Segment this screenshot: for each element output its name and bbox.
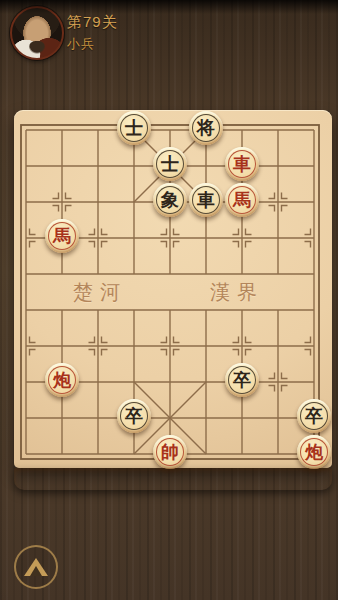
piece-label: 象 bbox=[156, 186, 184, 214]
piece-red-horse[interactable]: 馬 bbox=[225, 183, 259, 217]
piece-black-elephant[interactable]: 象 bbox=[153, 183, 187, 217]
piece-red-king[interactable]: 帥 bbox=[153, 435, 187, 469]
piece-red-horse[interactable]: 馬 bbox=[45, 219, 79, 253]
app-screen: 第79关 小兵 楚河 漢界 士将士車象車馬馬炮卒卒卒帥炮 bbox=[0, 0, 338, 600]
expand-button[interactable] bbox=[14, 545, 58, 589]
piece-label: 車 bbox=[192, 186, 220, 214]
piece-label: 卒 bbox=[228, 366, 256, 394]
piece-label: 車 bbox=[228, 150, 256, 178]
piece-black-chariot[interactable]: 車 bbox=[189, 183, 223, 217]
piece-label: 馬 bbox=[228, 186, 256, 214]
piece-black-soldier[interactable]: 卒 bbox=[225, 363, 259, 397]
piece-label: 将 bbox=[192, 114, 220, 142]
piece-label: 士 bbox=[120, 114, 148, 142]
difficulty-label: 小兵 bbox=[67, 35, 95, 53]
avatar-portrait bbox=[29, 41, 45, 55]
xiangqi-board[interactable]: 楚河 漢界 士将士車象車馬馬炮卒卒卒帥炮 bbox=[14, 110, 332, 490]
piece-label: 馬 bbox=[48, 222, 76, 250]
piece-label: 帥 bbox=[156, 438, 184, 466]
piece-label: 士 bbox=[156, 150, 184, 178]
piece-label: 卒 bbox=[300, 402, 328, 430]
piece-black-general[interactable]: 将 bbox=[189, 111, 223, 145]
piece-black-advisor[interactable]: 士 bbox=[153, 147, 187, 181]
piece-black-advisor[interactable]: 士 bbox=[117, 111, 151, 145]
chevron-up-icon bbox=[22, 556, 50, 578]
piece-black-soldier[interactable]: 卒 bbox=[297, 399, 331, 433]
level-title: 第79关 bbox=[67, 13, 118, 32]
player-avatar bbox=[10, 6, 64, 60]
piece-label: 卒 bbox=[120, 402, 148, 430]
piece-red-cannon[interactable]: 炮 bbox=[45, 363, 79, 397]
piece-black-soldier[interactable]: 卒 bbox=[117, 399, 151, 433]
piece-label: 炮 bbox=[300, 438, 328, 466]
piece-red-cannon[interactable]: 炮 bbox=[297, 435, 331, 469]
header: 第79关 小兵 bbox=[0, 0, 338, 70]
board-edge bbox=[14, 468, 332, 490]
piece-red-chariot[interactable]: 車 bbox=[225, 147, 259, 181]
piece-label: 炮 bbox=[48, 366, 76, 394]
